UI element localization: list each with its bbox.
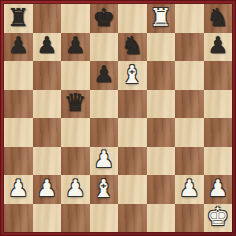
square-b3[interactable] <box>33 147 62 176</box>
piece-white-bishop[interactable]: ♝ <box>121 62 143 87</box>
square-h3[interactable] <box>204 147 233 176</box>
square-e6[interactable]: ♝ <box>118 61 147 90</box>
square-e4[interactable] <box>118 118 147 147</box>
square-f3[interactable] <box>147 147 176 176</box>
square-c6[interactable] <box>61 61 90 90</box>
square-d7[interactable] <box>90 33 119 62</box>
square-a5[interactable] <box>4 90 33 119</box>
piece-black-pawn[interactable]: ♟ <box>93 63 114 86</box>
square-e3[interactable] <box>118 147 147 176</box>
square-b4[interactable] <box>33 118 62 147</box>
square-g4[interactable] <box>175 118 204 147</box>
square-c5[interactable]: ♛ <box>61 90 90 119</box>
square-e8[interactable] <box>118 4 147 33</box>
square-c3[interactable] <box>61 147 90 176</box>
piece-black-rook[interactable]: ♜ <box>7 5 29 30</box>
square-f6[interactable] <box>147 61 176 90</box>
square-h8[interactable]: ♞ <box>204 4 233 33</box>
square-g8[interactable] <box>175 4 204 33</box>
chess-board: ♜♚♜♞♟♟♟♞♟♟♝♛♟♟♟♟♝♟♟♚ <box>4 4 232 232</box>
square-a4[interactable] <box>4 118 33 147</box>
square-e1[interactable] <box>118 204 147 233</box>
square-h2[interactable]: ♟ <box>204 175 233 204</box>
square-b2[interactable]: ♟ <box>33 175 62 204</box>
square-d3[interactable]: ♟ <box>90 147 119 176</box>
piece-white-bishop[interactable]: ♝ <box>93 176 115 201</box>
piece-black-queen[interactable]: ♛ <box>64 90 86 115</box>
piece-white-pawn[interactable]: ♟ <box>93 148 114 171</box>
piece-black-king[interactable]: ♚ <box>93 5 115 30</box>
piece-white-pawn[interactable]: ♟ <box>207 177 228 200</box>
piece-white-pawn[interactable]: ♟ <box>8 177 29 200</box>
square-b5[interactable] <box>33 90 62 119</box>
square-a1[interactable] <box>4 204 33 233</box>
square-b6[interactable] <box>33 61 62 90</box>
square-e2[interactable] <box>118 175 147 204</box>
square-d4[interactable] <box>90 118 119 147</box>
square-b7[interactable]: ♟ <box>33 33 62 62</box>
square-d5[interactable] <box>90 90 119 119</box>
piece-white-rook[interactable]: ♜ <box>150 5 172 30</box>
square-g2[interactable]: ♟ <box>175 175 204 204</box>
square-c1[interactable] <box>61 204 90 233</box>
square-f7[interactable] <box>147 33 176 62</box>
square-c8[interactable] <box>61 4 90 33</box>
square-f1[interactable] <box>147 204 176 233</box>
square-d6[interactable]: ♟ <box>90 61 119 90</box>
piece-black-pawn[interactable]: ♟ <box>207 34 228 57</box>
square-g6[interactable] <box>175 61 204 90</box>
square-b8[interactable] <box>33 4 62 33</box>
square-a6[interactable] <box>4 61 33 90</box>
square-f2[interactable] <box>147 175 176 204</box>
piece-black-knight[interactable]: ♞ <box>207 5 229 30</box>
board-frame: ♜♚♜♞♟♟♟♞♟♟♝♛♟♟♟♟♝♟♟♚ <box>0 0 236 236</box>
square-h4[interactable] <box>204 118 233 147</box>
square-d1[interactable] <box>90 204 119 233</box>
piece-black-pawn[interactable]: ♟ <box>65 34 86 57</box>
square-c4[interactable] <box>61 118 90 147</box>
piece-black-pawn[interactable]: ♟ <box>8 34 29 57</box>
square-h6[interactable] <box>204 61 233 90</box>
piece-white-pawn[interactable]: ♟ <box>36 177 57 200</box>
square-c2[interactable]: ♟ <box>61 175 90 204</box>
square-a7[interactable]: ♟ <box>4 33 33 62</box>
square-e7[interactable]: ♞ <box>118 33 147 62</box>
square-h5[interactable] <box>204 90 233 119</box>
square-g1[interactable] <box>175 204 204 233</box>
square-a3[interactable] <box>4 147 33 176</box>
piece-black-knight[interactable]: ♞ <box>121 33 143 58</box>
square-g7[interactable] <box>175 33 204 62</box>
square-h1[interactable]: ♚ <box>204 204 233 233</box>
square-f4[interactable] <box>147 118 176 147</box>
square-d2[interactable]: ♝ <box>90 175 119 204</box>
piece-white-pawn[interactable]: ♟ <box>65 177 86 200</box>
piece-black-pawn[interactable]: ♟ <box>36 34 57 57</box>
square-f5[interactable] <box>147 90 176 119</box>
square-c7[interactable]: ♟ <box>61 33 90 62</box>
square-f8[interactable]: ♜ <box>147 4 176 33</box>
piece-white-pawn[interactable]: ♟ <box>179 177 200 200</box>
square-h7[interactable]: ♟ <box>204 33 233 62</box>
square-g5[interactable] <box>175 90 204 119</box>
square-a8[interactable]: ♜ <box>4 4 33 33</box>
square-b1[interactable] <box>33 204 62 233</box>
square-a2[interactable]: ♟ <box>4 175 33 204</box>
square-g3[interactable] <box>175 147 204 176</box>
square-d8[interactable]: ♚ <box>90 4 119 33</box>
piece-white-king[interactable]: ♚ <box>207 204 229 229</box>
square-e5[interactable] <box>118 90 147 119</box>
